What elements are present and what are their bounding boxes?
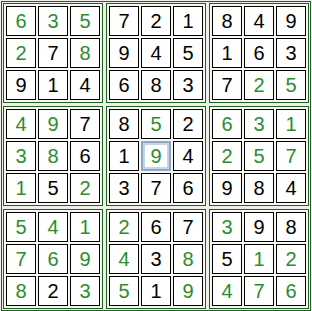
cell-r6c7[interactable]: 9 <box>212 173 242 203</box>
sudoku-block-7: 541769823 <box>3 209 103 309</box>
cell-r3c7[interactable]: 7 <box>212 70 242 100</box>
cell-r2c2[interactable]: 7 <box>38 38 68 68</box>
sudoku-block-3: 849163725 <box>209 3 309 103</box>
cell-r3c6[interactable]: 3 <box>173 70 203 100</box>
cell-r6c1[interactable]: 1 <box>6 173 36 203</box>
cell-r1c1[interactable]: 6 <box>6 6 36 36</box>
cell-r1c8[interactable]: 4 <box>244 6 274 36</box>
cell-r8c7[interactable]: 5 <box>212 244 242 274</box>
cell-r8c9[interactable]: 2 <box>276 244 306 274</box>
cell-r6c2[interactable]: 5 <box>38 173 68 203</box>
cell-r2c7[interactable]: 1 <box>212 38 242 68</box>
cell-r6c4[interactable]: 3 <box>109 173 139 203</box>
cell-r8c1[interactable]: 7 <box>6 244 36 274</box>
cell-r1c3[interactable]: 5 <box>70 6 100 36</box>
cell-r6c5[interactable]: 7 <box>141 173 171 203</box>
cell-r3c9[interactable]: 5 <box>276 70 306 100</box>
cell-r4c9[interactable]: 1 <box>276 109 306 139</box>
cell-r5c8[interactable]: 5 <box>244 141 274 171</box>
cell-r5c6[interactable]: 4 <box>173 141 203 171</box>
cell-r9c6[interactable]: 9 <box>173 276 203 306</box>
sudoku-block-9: 398512476 <box>209 209 309 309</box>
cell-r9c8[interactable]: 7 <box>244 276 274 306</box>
cell-r1c4[interactable]: 7 <box>109 6 139 36</box>
cell-r7c1[interactable]: 5 <box>6 212 36 242</box>
cell-r5c2[interactable]: 8 <box>38 141 68 171</box>
sudoku-block-1: 635278914 <box>3 3 103 103</box>
cell-r8c5[interactable]: 3 <box>141 244 171 274</box>
cell-r2c1[interactable]: 2 <box>6 38 36 68</box>
cell-r2c8[interactable]: 6 <box>244 38 274 68</box>
cell-r1c9[interactable]: 9 <box>276 6 306 36</box>
cell-r2c6[interactable]: 5 <box>173 38 203 68</box>
cell-r6c8[interactable]: 8 <box>244 173 274 203</box>
cell-r4c2[interactable]: 9 <box>38 109 68 139</box>
cell-r6c3[interactable]: 2 <box>70 173 100 203</box>
cell-r4c1[interactable]: 4 <box>6 109 36 139</box>
cell-r3c1[interactable]: 9 <box>6 70 36 100</box>
cell-r1c2[interactable]: 3 <box>38 6 68 36</box>
cell-r3c8[interactable]: 2 <box>244 70 274 100</box>
cell-r3c3[interactable]: 4 <box>70 70 100 100</box>
cell-r5c7[interactable]: 2 <box>212 141 242 171</box>
cell-r8c8[interactable]: 1 <box>244 244 274 274</box>
cell-r2c9[interactable]: 3 <box>276 38 306 68</box>
cell-r1c6[interactable]: 1 <box>173 6 203 36</box>
cell-r9c7[interactable]: 4 <box>212 276 242 306</box>
cell-r2c5[interactable]: 4 <box>141 38 171 68</box>
sudoku-block-2: 721945683 <box>106 3 206 103</box>
sudoku-block-6: 631257984 <box>209 106 309 206</box>
cell-r7c7[interactable]: 3 <box>212 212 242 242</box>
cell-r4c5[interactable]: 5 <box>141 109 171 139</box>
cell-r6c6[interactable]: 6 <box>173 173 203 203</box>
sudoku-board: 6352789147219456838491637254973861528521… <box>1 1 311 311</box>
sudoku-block-5: 852194376 <box>106 106 206 206</box>
cell-r3c2[interactable]: 1 <box>38 70 68 100</box>
cell-r6c9[interactable]: 4 <box>276 173 306 203</box>
cell-r5c3[interactable]: 6 <box>70 141 100 171</box>
cell-r9c3[interactable]: 3 <box>70 276 100 306</box>
cell-r2c4[interactable]: 9 <box>109 38 139 68</box>
cell-r8c2[interactable]: 6 <box>38 244 68 274</box>
cell-r1c7[interactable]: 8 <box>212 6 242 36</box>
cell-r3c5[interactable]: 8 <box>141 70 171 100</box>
cell-r9c2[interactable]: 2 <box>38 276 68 306</box>
cell-r5c1[interactable]: 3 <box>6 141 36 171</box>
cell-r4c4[interactable]: 8 <box>109 109 139 139</box>
cell-r8c6[interactable]: 8 <box>173 244 203 274</box>
sudoku-block-8: 267438519 <box>106 209 206 309</box>
cell-r5c4[interactable]: 1 <box>109 141 139 171</box>
cell-r7c8[interactable]: 9 <box>244 212 274 242</box>
cell-r7c9[interactable]: 8 <box>276 212 306 242</box>
cell-r1c5[interactable]: 2 <box>141 6 171 36</box>
cell-r5c5[interactable]: 9 <box>141 141 171 171</box>
cell-r9c9[interactable]: 6 <box>276 276 306 306</box>
cell-r7c5[interactable]: 6 <box>141 212 171 242</box>
cell-r2c3[interactable]: 8 <box>70 38 100 68</box>
cell-r3c4[interactable]: 6 <box>109 70 139 100</box>
sudoku-block-4: 497386152 <box>3 106 103 206</box>
cell-r9c5[interactable]: 1 <box>141 276 171 306</box>
cell-r4c7[interactable]: 6 <box>212 109 242 139</box>
cell-r4c6[interactable]: 2 <box>173 109 203 139</box>
cell-r4c8[interactable]: 3 <box>244 109 274 139</box>
cell-r9c1[interactable]: 8 <box>6 276 36 306</box>
cell-r8c4[interactable]: 4 <box>109 244 139 274</box>
cell-r7c4[interactable]: 2 <box>109 212 139 242</box>
cell-r4c3[interactable]: 7 <box>70 109 100 139</box>
cell-r7c3[interactable]: 1 <box>70 212 100 242</box>
cell-r9c4[interactable]: 5 <box>109 276 139 306</box>
cell-r5c9[interactable]: 7 <box>276 141 306 171</box>
cell-r7c6[interactable]: 7 <box>173 212 203 242</box>
cell-r8c3[interactable]: 9 <box>70 244 100 274</box>
cell-r7c2[interactable]: 4 <box>38 212 68 242</box>
